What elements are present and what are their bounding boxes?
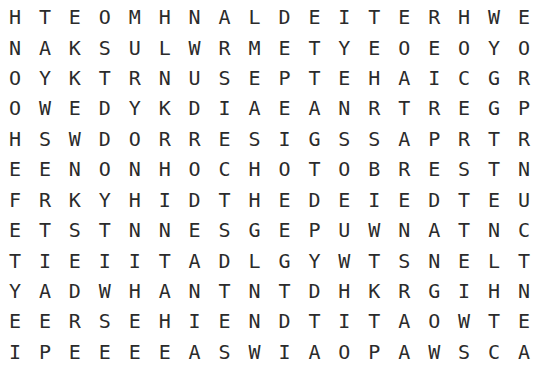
grid-cell[interactable]: F (0, 184, 30, 214)
grid-cell[interactable]: T (449, 184, 479, 214)
grid-cell[interactable]: H (120, 276, 150, 306)
grid-cell[interactable]: R (419, 93, 449, 123)
grid-cell[interactable]: Y (329, 32, 359, 62)
grid-cell[interactable]: R (180, 124, 210, 154)
grid-cell[interactable]: H (150, 2, 180, 32)
grid-cell[interactable]: E (389, 2, 419, 32)
grid-cell[interactable]: O (90, 154, 120, 184)
grid-cell[interactable]: B (359, 154, 389, 184)
grid-cell[interactable]: P (359, 337, 389, 367)
grid-cell[interactable]: W (30, 93, 60, 123)
grid-cell[interactable]: O (449, 32, 479, 62)
grid-cell[interactable]: I (30, 245, 60, 275)
grid-cell[interactable]: H (240, 184, 270, 214)
grid-cell[interactable]: E (419, 32, 449, 62)
grid-cell[interactable]: D (299, 276, 329, 306)
grid-cell[interactable]: O (389, 32, 419, 62)
grid-cell[interactable]: O (0, 93, 30, 123)
grid-cell[interactable]: K (359, 276, 389, 306)
grid-cell[interactable]: E (210, 124, 240, 154)
grid-cell[interactable]: E (60, 245, 90, 275)
grid-cell[interactable]: N (240, 306, 270, 336)
grid-cell[interactable]: S (329, 124, 359, 154)
grid-cell[interactable]: U (120, 32, 150, 62)
grid-cell[interactable]: P (419, 124, 449, 154)
grid-cell[interactable]: T (479, 154, 509, 184)
grid-cell[interactable]: E (479, 184, 509, 214)
grid-cell[interactable]: I (150, 184, 180, 214)
grid-cell[interactable]: O (509, 32, 539, 62)
grid-cell[interactable]: L (150, 32, 180, 62)
grid-cell[interactable]: E (0, 215, 30, 245)
grid-cell[interactable]: I (419, 63, 449, 93)
grid-cell[interactable]: A (30, 276, 60, 306)
grid-cell[interactable]: R (509, 63, 539, 93)
grid-cell[interactable]: R (60, 306, 90, 336)
grid-cell[interactable]: L (479, 245, 509, 275)
grid-cell[interactable]: A (389, 337, 419, 367)
grid-cell[interactable]: T (479, 306, 509, 336)
grid-cell[interactable]: T (90, 63, 120, 93)
grid-cell[interactable]: E (270, 215, 300, 245)
grid-cell[interactable]: M (120, 2, 150, 32)
grid-cell[interactable]: P (509, 93, 539, 123)
grid-cell[interactable]: R (120, 63, 150, 93)
grid-cell[interactable]: K (60, 32, 90, 62)
grid-cell[interactable]: T (299, 32, 329, 62)
grid-cell[interactable]: U (509, 184, 539, 214)
grid-cell[interactable]: I (329, 306, 359, 336)
grid-cell[interactable]: Y (299, 245, 329, 275)
grid-cell[interactable]: Y (120, 93, 150, 123)
grid-cell[interactable]: T (479, 124, 509, 154)
grid-cell[interactable]: E (120, 337, 150, 367)
grid-cell[interactable]: N (180, 276, 210, 306)
grid-cell[interactable]: E (509, 2, 539, 32)
grid-cell[interactable]: Y (0, 276, 30, 306)
grid-cell[interactable]: A (419, 215, 449, 245)
grid-cell[interactable]: D (60, 276, 90, 306)
grid-cell[interactable]: H (240, 154, 270, 184)
grid-cell[interactable]: W (180, 32, 210, 62)
grid-cell[interactable]: N (240, 276, 270, 306)
grid-cell[interactable]: I (210, 93, 240, 123)
grid-cell[interactable]: O (180, 154, 210, 184)
grid-cell[interactable]: N (419, 245, 449, 275)
grid-cell[interactable]: E (270, 93, 300, 123)
grid-cell[interactable]: S (240, 124, 270, 154)
grid-cell[interactable]: C (509, 215, 539, 245)
grid-cell[interactable]: S (90, 32, 120, 62)
grid-cell[interactable]: N (509, 276, 539, 306)
grid-cell[interactable]: S (60, 215, 90, 245)
grid-cell[interactable]: W (359, 215, 389, 245)
grid-cell[interactable]: C (210, 154, 240, 184)
grid-cell[interactable]: T (210, 276, 240, 306)
grid-cell[interactable]: P (30, 337, 60, 367)
grid-cell[interactable]: N (509, 154, 539, 184)
grid-cell[interactable]: N (180, 2, 210, 32)
grid-cell[interactable]: K (60, 63, 90, 93)
grid-cell[interactable]: R (389, 154, 419, 184)
grid-cell[interactable]: Y (479, 32, 509, 62)
grid-cell[interactable]: G (240, 215, 270, 245)
grid-cell[interactable]: R (449, 124, 479, 154)
grid-cell[interactable]: T (30, 215, 60, 245)
grid-cell[interactable]: A (389, 63, 419, 93)
grid-cell[interactable]: I (270, 124, 300, 154)
grid-cell[interactable]: E (210, 306, 240, 336)
grid-cell[interactable]: E (60, 2, 90, 32)
grid-cell[interactable]: H (329, 276, 359, 306)
grid-cell[interactable]: N (60, 154, 90, 184)
grid-cell[interactable]: A (509, 337, 539, 367)
grid-cell[interactable]: L (240, 245, 270, 275)
grid-cell[interactable]: O (329, 154, 359, 184)
grid-cell[interactable]: A (299, 337, 329, 367)
grid-cell[interactable]: I (90, 245, 120, 275)
grid-cell[interactable]: S (449, 154, 479, 184)
grid-cell[interactable]: H (0, 124, 30, 154)
grid-cell[interactable]: E (60, 337, 90, 367)
grid-cell[interactable]: D (419, 184, 449, 214)
grid-cell[interactable]: T (359, 306, 389, 336)
grid-cell[interactable]: W (329, 245, 359, 275)
grid-cell[interactable]: E (419, 154, 449, 184)
grid-cell[interactable]: T (509, 245, 539, 275)
grid-cell[interactable]: H (120, 184, 150, 214)
grid-cell[interactable]: S (90, 306, 120, 336)
grid-cell[interactable]: N (329, 93, 359, 123)
grid-cell[interactable]: A (389, 306, 419, 336)
grid-cell[interactable]: S (449, 337, 479, 367)
grid-cell[interactable]: I (329, 2, 359, 32)
grid-cell[interactable]: A (180, 337, 210, 367)
grid-cell[interactable]: T (150, 245, 180, 275)
grid-cell[interactable]: T (299, 154, 329, 184)
grid-cell[interactable]: T (0, 245, 30, 275)
grid-cell[interactable]: E (150, 337, 180, 367)
grid-cell[interactable]: N (479, 215, 509, 245)
grid-cell[interactable]: A (389, 124, 419, 154)
grid-cell[interactable]: D (180, 93, 210, 123)
grid-cell[interactable]: E (180, 215, 210, 245)
grid-cell[interactable]: D (270, 2, 300, 32)
grid-cell[interactable]: E (30, 306, 60, 336)
grid-cell[interactable]: G (270, 245, 300, 275)
grid-cell[interactable]: W (449, 306, 479, 336)
grid-cell[interactable]: E (30, 154, 60, 184)
grid-cell[interactable]: N (150, 63, 180, 93)
word-search-grid: HTEOMHNALDEITERHWENAKSULWRMETYEOEOYOOYKT… (0, 0, 539, 367)
grid-cell[interactable]: E (270, 184, 300, 214)
grid-cell[interactable]: S (389, 245, 419, 275)
grid-cell[interactable]: T (270, 276, 300, 306)
grid-cell[interactable]: I (270, 337, 300, 367)
grid-cell[interactable]: N (0, 32, 30, 62)
grid-cell[interactable]: A (30, 32, 60, 62)
grid-cell[interactable]: Y (30, 63, 60, 93)
grid-cell[interactable]: T (210, 184, 240, 214)
grid-cell[interactable]: M (240, 32, 270, 62)
grid-cell[interactable]: K (60, 184, 90, 214)
grid-cell[interactable]: T (449, 215, 479, 245)
grid-cell[interactable]: S (30, 124, 60, 154)
grid-cell[interactable]: O (120, 124, 150, 154)
grid-cell[interactable]: S (210, 63, 240, 93)
grid-cell[interactable]: D (90, 93, 120, 123)
grid-cell[interactable]: A (299, 93, 329, 123)
grid-cell[interactable]: D (270, 306, 300, 336)
grid-cell[interactable]: I (180, 306, 210, 336)
grid-cell[interactable]: S (359, 124, 389, 154)
grid-cell[interactable]: S (210, 337, 240, 367)
grid-cell[interactable]: T (299, 306, 329, 336)
grid-cell[interactable]: E (90, 337, 120, 367)
grid-cell[interactable]: T (359, 2, 389, 32)
grid-cell[interactable]: I (449, 276, 479, 306)
grid-cell[interactable]: O (329, 337, 359, 367)
grid-cell[interactable]: E (359, 32, 389, 62)
grid-cell[interactable]: A (180, 245, 210, 275)
grid-cell[interactable]: H (479, 276, 509, 306)
grid-cell[interactable]: O (0, 63, 30, 93)
grid-cell[interactable]: N (120, 215, 150, 245)
grid-cell[interactable]: L (240, 2, 270, 32)
grid-cell[interactable]: D (90, 124, 120, 154)
grid-cell[interactable]: U (180, 63, 210, 93)
grid-cell[interactable]: O (270, 154, 300, 184)
grid-cell[interactable]: C (479, 337, 509, 367)
grid-cell[interactable]: E (449, 93, 479, 123)
grid-cell[interactable]: E (449, 245, 479, 275)
grid-cell[interactable]: R (150, 124, 180, 154)
grid-cell[interactable]: W (90, 276, 120, 306)
grid-cell[interactable]: T (90, 215, 120, 245)
grid-cell[interactable]: T (389, 93, 419, 123)
grid-cell[interactable]: P (270, 63, 300, 93)
grid-cell[interactable]: A (150, 276, 180, 306)
grid-cell[interactable]: D (210, 245, 240, 275)
grid-cell[interactable]: H (150, 306, 180, 336)
grid-cell[interactable]: U (329, 215, 359, 245)
grid-cell[interactable]: Y (90, 184, 120, 214)
grid-cell[interactable]: R (359, 93, 389, 123)
grid-cell[interactable]: P (299, 215, 329, 245)
grid-cell[interactable]: R (389, 276, 419, 306)
grid-cell[interactable]: T (30, 2, 60, 32)
grid-cell[interactable]: E (0, 154, 30, 184)
grid-cell[interactable]: A (240, 93, 270, 123)
grid-cell[interactable]: D (299, 184, 329, 214)
grid-cell[interactable]: W (240, 337, 270, 367)
grid-cell[interactable]: A (210, 2, 240, 32)
grid-cell[interactable]: E (299, 2, 329, 32)
grid-cell[interactable]: I (0, 337, 30, 367)
grid-cell[interactable]: H (0, 2, 30, 32)
grid-cell[interactable]: R (419, 2, 449, 32)
grid-cell[interactable]: W (419, 337, 449, 367)
grid-cell[interactable]: E (509, 306, 539, 336)
grid-cell[interactable]: O (419, 306, 449, 336)
grid-cell[interactable]: E (329, 184, 359, 214)
grid-cell[interactable]: W (60, 124, 90, 154)
grid-cell[interactable]: H (449, 2, 479, 32)
grid-cell[interactable]: G (419, 276, 449, 306)
grid-cell[interactable]: N (389, 215, 419, 245)
grid-cell[interactable]: N (150, 215, 180, 245)
grid-cell[interactable]: I (359, 184, 389, 214)
grid-cell[interactable]: H (359, 63, 389, 93)
grid-cell[interactable]: K (150, 93, 180, 123)
grid-cell[interactable]: E (240, 63, 270, 93)
grid-cell[interactable]: E (270, 32, 300, 62)
grid-cell[interactable]: G (299, 124, 329, 154)
grid-cell[interactable]: E (60, 93, 90, 123)
grid-cell[interactable]: E (0, 306, 30, 336)
grid-cell[interactable]: G (479, 93, 509, 123)
grid-cell[interactable]: G (479, 63, 509, 93)
grid-cell[interactable]: E (120, 306, 150, 336)
grid-cell[interactable]: W (479, 2, 509, 32)
grid-cell[interactable]: T (299, 63, 329, 93)
grid-cell[interactable]: R (509, 124, 539, 154)
grid-cell[interactable]: I (120, 245, 150, 275)
grid-cell[interactable]: T (359, 245, 389, 275)
grid-cell[interactable]: S (210, 215, 240, 245)
grid-cell[interactable]: E (389, 184, 419, 214)
grid-cell[interactable]: D (180, 184, 210, 214)
grid-cell[interactable]: R (30, 184, 60, 214)
grid-cell[interactable]: R (210, 32, 240, 62)
grid-cell[interactable]: E (329, 63, 359, 93)
grid-cell[interactable]: H (150, 154, 180, 184)
grid-cell[interactable]: C (449, 63, 479, 93)
grid-cell[interactable]: N (120, 154, 150, 184)
grid-cell[interactable]: O (90, 2, 120, 32)
